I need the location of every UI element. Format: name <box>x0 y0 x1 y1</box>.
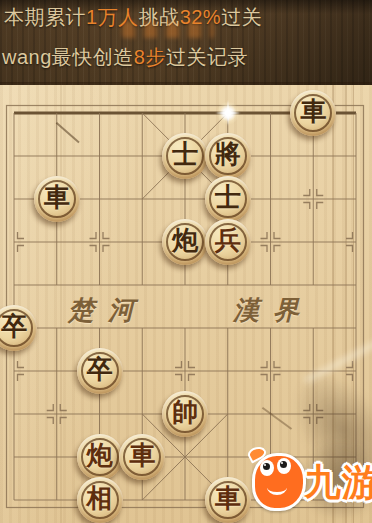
piece-glyph: 帥 <box>172 400 198 426</box>
piece-red-general[interactable]: 帥 <box>162 391 208 437</box>
piece-red-chariot[interactable]: 車 <box>205 477 251 523</box>
piece-black-chariot[interactable]: 車 <box>34 176 80 222</box>
mascot-eye <box>277 458 291 474</box>
piece-black-soldier[interactable]: 卒 <box>77 348 123 394</box>
river-label-chu: 楚河 <box>68 293 148 328</box>
piece-black-cannon[interactable]: 炮 <box>162 219 208 265</box>
piece-glyph: 士 <box>172 142 198 168</box>
piece-glyph: 車 <box>44 185 70 211</box>
piece-glyph: 車 <box>215 486 241 512</box>
piece-glyph: 將 <box>215 142 241 168</box>
piece-red-soldier[interactable]: 兵 <box>205 219 251 265</box>
piece-glyph: 炮 <box>172 228 198 254</box>
record-text: wang最快创造8步过关记录 <box>2 45 248 69</box>
piece-glyph: 車 <box>300 99 326 125</box>
ghost-text-artifact <box>122 21 214 38</box>
piece-glyph: 士 <box>215 185 241 211</box>
piece-glyph: 相 <box>87 486 113 512</box>
piece-glyph: 卒 <box>1 314 27 340</box>
app-screenshot: 本期累计1万人挑战32%过关 wang最快创造8步过关记录 楚河 漢界 車士將車… <box>0 0 372 523</box>
piece-red-cannon[interactable]: 炮 <box>77 434 123 480</box>
piece-glyph: 炮 <box>87 443 113 469</box>
piece-glyph: 卒 <box>87 357 113 383</box>
challenge-stats-banner: 本期累计1万人挑战32%过关 wang最快创造8步过关记录 <box>0 0 372 85</box>
mascot-smile <box>267 480 287 495</box>
river-label-han: 漢界 <box>233 293 313 328</box>
jiuyou-logo-text: 九游 <box>304 458 372 508</box>
mascot-eye <box>260 460 274 476</box>
jiuyou-watermark[interactable]: 九游 <box>252 450 372 520</box>
piece-black-advisor[interactable]: 士 <box>162 133 208 179</box>
piece-glyph: 車 <box>129 443 155 469</box>
piece-red-elephant[interactable]: 相 <box>77 477 123 523</box>
piece-black-advisor[interactable]: 士 <box>205 176 251 222</box>
piece-black-general[interactable]: 將 <box>205 133 251 179</box>
jiuyou-mascot-icon <box>252 453 306 511</box>
piece-black-chariot[interactable]: 車 <box>290 90 336 136</box>
piece-glyph: 兵 <box>215 228 241 254</box>
piece-red-chariot[interactable]: 車 <box>119 434 165 480</box>
sparkle-effect <box>217 102 239 124</box>
